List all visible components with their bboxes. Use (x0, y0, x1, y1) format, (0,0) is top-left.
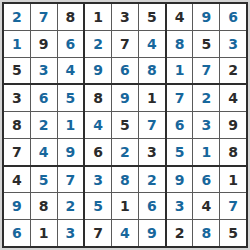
cell-r3c4[interactable]: 9 (85, 58, 111, 84)
cell-r3c3[interactable]: 4 (58, 58, 84, 84)
cell-r6c3[interactable]: 9 (58, 139, 84, 165)
cell-r2c8[interactable]: 5 (193, 31, 219, 57)
cell-r5c6[interactable]: 7 (139, 112, 165, 138)
cell-r1c6[interactable]: 5 (139, 4, 165, 30)
cell-r4c4[interactable]: 8 (85, 85, 111, 111)
cell-r7c4[interactable]: 3 (85, 167, 111, 193)
cell-r7c1[interactable]: 4 (4, 167, 30, 193)
cell-r1c9[interactable]: 6 (220, 4, 246, 30)
cell-r7c3[interactable]: 7 (58, 167, 84, 193)
cell-r3c7[interactable]: 1 (167, 58, 193, 84)
cell-r3c2[interactable]: 3 (31, 58, 57, 84)
sudoku-box-7: 457982613 (4, 167, 83, 246)
cell-r7c2[interactable]: 5 (31, 167, 57, 193)
cell-r3c9[interactable]: 2 (220, 58, 246, 84)
cell-r5c8[interactable]: 3 (193, 112, 219, 138)
sudoku-box-4: 365821749 (4, 85, 83, 164)
cell-r6c9[interactable]: 8 (220, 139, 246, 165)
cell-r5c2[interactable]: 2 (31, 112, 57, 138)
cell-r4c2[interactable]: 6 (31, 85, 57, 111)
sudoku-box-3: 496853172 (167, 4, 246, 83)
cell-r7c7[interactable]: 9 (167, 167, 193, 193)
sudoku-app: 2781965341352749684968531723658217498914… (0, 0, 250, 250)
cell-r2c9[interactable]: 3 (220, 31, 246, 57)
cell-r8c6[interactable]: 6 (139, 193, 165, 219)
sudoku-box-2: 135274968 (85, 4, 164, 83)
cell-r8c3[interactable]: 2 (58, 193, 84, 219)
cell-r6c5[interactable]: 2 (112, 139, 138, 165)
cell-r4c1[interactable]: 3 (4, 85, 30, 111)
cell-r4c7[interactable]: 7 (167, 85, 193, 111)
cell-r8c1[interactable]: 9 (4, 193, 30, 219)
cell-r2c1[interactable]: 1 (4, 31, 30, 57)
cell-r2c3[interactable]: 6 (58, 31, 84, 57)
cell-r6c2[interactable]: 4 (31, 139, 57, 165)
cell-r1c7[interactable]: 4 (167, 4, 193, 30)
cell-r4c3[interactable]: 5 (58, 85, 84, 111)
cell-r1c1[interactable]: 2 (4, 4, 30, 30)
cell-r1c8[interactable]: 9 (193, 4, 219, 30)
cell-r9c6[interactable]: 9 (139, 220, 165, 246)
cell-r6c6[interactable]: 3 (139, 139, 165, 165)
cell-r2c6[interactable]: 4 (139, 31, 165, 57)
cell-r6c4[interactable]: 6 (85, 139, 111, 165)
sudoku-box-1: 278196534 (4, 4, 83, 83)
cell-r1c2[interactable]: 7 (31, 4, 57, 30)
cell-r8c4[interactable]: 5 (85, 193, 111, 219)
cell-r9c3[interactable]: 3 (58, 220, 84, 246)
sudoku-box-8: 382516749 (85, 167, 164, 246)
cell-r2c4[interactable]: 2 (85, 31, 111, 57)
cell-r7c6[interactable]: 2 (139, 167, 165, 193)
cell-r5c1[interactable]: 8 (4, 112, 30, 138)
cell-r2c7[interactable]: 8 (167, 31, 193, 57)
cell-r5c7[interactable]: 6 (167, 112, 193, 138)
sudoku-box-5: 891457623 (85, 85, 164, 164)
cell-r9c9[interactable]: 5 (220, 220, 246, 246)
cell-r3c1[interactable]: 5 (4, 58, 30, 84)
cell-r8c8[interactable]: 4 (193, 193, 219, 219)
cell-r9c2[interactable]: 1 (31, 220, 57, 246)
cell-r8c2[interactable]: 8 (31, 193, 57, 219)
cell-r2c2[interactable]: 9 (31, 31, 57, 57)
cell-r9c4[interactable]: 7 (85, 220, 111, 246)
cell-r8c7[interactable]: 3 (167, 193, 193, 219)
cell-r1c3[interactable]: 8 (58, 4, 84, 30)
cell-r3c8[interactable]: 7 (193, 58, 219, 84)
cell-r8c5[interactable]: 1 (112, 193, 138, 219)
cell-r4c9[interactable]: 4 (220, 85, 246, 111)
cell-r3c6[interactable]: 8 (139, 58, 165, 84)
cell-r2c5[interactable]: 7 (112, 31, 138, 57)
cell-r7c9[interactable]: 1 (220, 167, 246, 193)
cell-r6c8[interactable]: 1 (193, 139, 219, 165)
cell-r6c1[interactable]: 7 (4, 139, 30, 165)
cell-r9c8[interactable]: 8 (193, 220, 219, 246)
cell-r9c1[interactable]: 6 (4, 220, 30, 246)
cell-r8c9[interactable]: 7 (220, 193, 246, 219)
cell-r7c5[interactable]: 8 (112, 167, 138, 193)
cell-r9c5[interactable]: 4 (112, 220, 138, 246)
cell-r1c5[interactable]: 3 (112, 4, 138, 30)
cell-r9c7[interactable]: 2 (167, 220, 193, 246)
cell-r4c8[interactable]: 2 (193, 85, 219, 111)
cell-r5c5[interactable]: 5 (112, 112, 138, 138)
cell-r4c5[interactable]: 9 (112, 85, 138, 111)
sudoku-board: 2781965341352749684968531723658217498914… (2, 2, 248, 248)
sudoku-box-6: 724639518 (167, 85, 246, 164)
cell-r7c8[interactable]: 6 (193, 167, 219, 193)
cell-r5c3[interactable]: 1 (58, 112, 84, 138)
cell-r1c4[interactable]: 1 (85, 4, 111, 30)
sudoku-box-9: 961347285 (167, 167, 246, 246)
cell-r5c4[interactable]: 4 (85, 112, 111, 138)
cell-r5c9[interactable]: 9 (220, 112, 246, 138)
cell-r6c7[interactable]: 5 (167, 139, 193, 165)
cell-r4c6[interactable]: 1 (139, 85, 165, 111)
cell-r3c5[interactable]: 6 (112, 58, 138, 84)
